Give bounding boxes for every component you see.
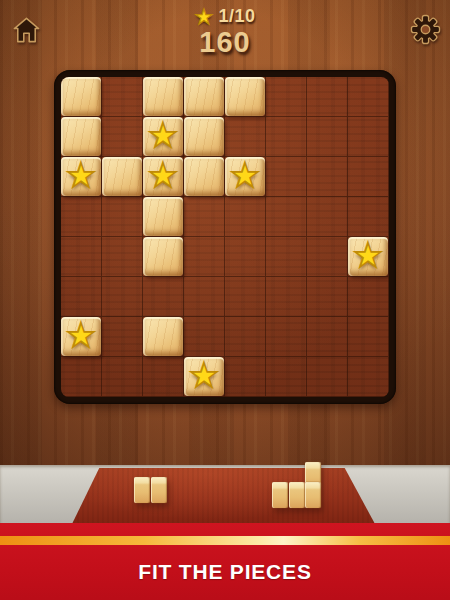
board-cell-r3c4[interactable]	[184, 157, 225, 197]
board-cell-r1c2[interactable]	[102, 77, 143, 117]
star-icon: ★	[195, 6, 214, 27]
piece-cube	[305, 482, 321, 508]
board-cell-r7c5[interactable]	[225, 317, 266, 357]
wood-block	[184, 117, 224, 156]
bottom-banner: FIT THE PIECES	[0, 523, 450, 600]
board-cell-r8c5[interactable]	[225, 357, 266, 397]
board-cell-r6c1[interactable]	[61, 277, 102, 317]
star-icon: ★	[61, 157, 101, 196]
wood-block	[184, 77, 224, 116]
score-value: 160	[0, 28, 450, 57]
board-cell-r1c6[interactable]	[266, 77, 307, 117]
wood-block	[61, 117, 101, 156]
board-cell-r2c2[interactable]	[102, 117, 143, 157]
board-cell-r5c7[interactable]	[307, 237, 348, 277]
board-cell-r5c4[interactable]	[184, 237, 225, 277]
wood-block	[143, 197, 183, 236]
board-cell-r8c7[interactable]	[307, 357, 348, 397]
board-cell-r7c3[interactable]	[143, 317, 184, 357]
wood-block	[143, 77, 183, 116]
gear-icon	[410, 33, 441, 48]
wood-block	[143, 237, 183, 276]
board-cell-r3c3[interactable]: ★	[143, 157, 184, 197]
star-progress-label: 1/10	[218, 6, 255, 27]
board-cell-r3c7[interactable]	[307, 157, 348, 197]
gold-stripe	[0, 536, 450, 545]
board-cell-r8c4[interactable]: ★	[184, 357, 225, 397]
board-cell-r5c8[interactable]: ★	[348, 237, 389, 277]
board-cell-r8c8[interactable]	[348, 357, 389, 397]
board-cell-r5c2[interactable]	[102, 237, 143, 277]
tray-piece-j-tetromino[interactable]	[272, 462, 323, 509]
board-cell-r1c8[interactable]	[348, 77, 389, 117]
board-cell-r7c7[interactable]	[307, 317, 348, 357]
board-cell-r8c2[interactable]	[102, 357, 143, 397]
board-cell-r3c6[interactable]	[266, 157, 307, 197]
score-area: ★ 1/10 160	[0, 5, 450, 57]
board-cell-r2c4[interactable]	[184, 117, 225, 157]
board-cell-r2c6[interactable]	[266, 117, 307, 157]
star-progress: ★ 1/10	[0, 5, 450, 27]
board-cell-r1c7[interactable]	[307, 77, 348, 117]
piece-cube	[272, 482, 288, 508]
board-cell-r7c6[interactable]	[266, 317, 307, 357]
board-cell-r4c2[interactable]	[102, 197, 143, 237]
wood-block	[225, 77, 265, 116]
board-cell-r4c4[interactable]	[184, 197, 225, 237]
board-cell-r7c1[interactable]: ★	[61, 317, 102, 357]
board-cell-r5c6[interactable]	[266, 237, 307, 277]
board-cell-r4c8[interactable]	[348, 197, 389, 237]
star-icon: ★	[61, 317, 101, 356]
board-cell-r6c5[interactable]	[225, 277, 266, 317]
board-cell-r7c4[interactable]	[184, 317, 225, 357]
board-cell-r1c3[interactable]	[143, 77, 184, 117]
board-cell-r4c6[interactable]	[266, 197, 307, 237]
star-icon: ★	[348, 237, 388, 276]
board-cell-r2c7[interactable]	[307, 117, 348, 157]
board-cell-r1c5[interactable]	[225, 77, 266, 117]
board-cell-r2c5[interactable]	[225, 117, 266, 157]
puzzle-board-frame: ★★★★★★★	[54, 70, 396, 404]
board-cell-r6c3[interactable]	[143, 277, 184, 317]
board-cell-r6c8[interactable]	[348, 277, 389, 317]
board-cell-r3c5[interactable]: ★	[225, 157, 266, 197]
board-cell-r7c8[interactable]	[348, 317, 389, 357]
star-icon: ★	[225, 157, 265, 196]
board-cell-r4c7[interactable]	[307, 197, 348, 237]
board-cell-r5c5[interactable]	[225, 237, 266, 277]
star-icon: ★	[143, 117, 183, 156]
board-cell-r1c4[interactable]	[184, 77, 225, 117]
board-cell-r8c1[interactable]	[61, 357, 102, 397]
board-cell-r4c3[interactable]	[143, 197, 184, 237]
board-cell-r4c5[interactable]	[225, 197, 266, 237]
board-cell-r2c1[interactable]	[61, 117, 102, 157]
piece-cube	[134, 477, 150, 503]
board-cell-r7c2[interactable]	[102, 317, 143, 357]
board-cell-r3c1[interactable]: ★	[61, 157, 102, 197]
puzzle-board-grid: ★★★★★★★	[61, 77, 389, 397]
board-cell-r6c6[interactable]	[266, 277, 307, 317]
wood-block	[61, 77, 101, 116]
game-screen: ★ 1/10 160 ★★★★★★★ FIT TH	[0, 0, 450, 600]
board-cell-r3c8[interactable]	[348, 157, 389, 197]
star-icon: ★	[184, 357, 224, 396]
board-cell-r1c1[interactable]	[61, 77, 102, 117]
wood-block	[102, 157, 142, 196]
piece-cube	[289, 482, 305, 508]
board-cell-r5c1[interactable]	[61, 237, 102, 277]
board-cell-r6c2[interactable]	[102, 277, 143, 317]
piece-cube	[151, 477, 167, 503]
settings-button[interactable]	[410, 14, 441, 45]
board-cell-r6c4[interactable]	[184, 277, 225, 317]
wood-block	[184, 157, 224, 196]
board-cell-r8c3[interactable]	[143, 357, 184, 397]
board-cell-r6c7[interactable]	[307, 277, 348, 317]
board-cell-r2c8[interactable]	[348, 117, 389, 157]
board-cell-r2c3[interactable]: ★	[143, 117, 184, 157]
wood-block	[143, 317, 183, 356]
board-cell-r8c6[interactable]	[266, 357, 307, 397]
board-cell-r5c3[interactable]	[143, 237, 184, 277]
star-icon: ★	[143, 157, 183, 196]
tray-piece-domino[interactable]	[134, 477, 168, 504]
board-cell-r4c1[interactable]	[61, 197, 102, 237]
banner-text: FIT THE PIECES	[0, 560, 450, 584]
piece-tray-mat	[72, 468, 375, 524]
board-cell-r3c2[interactable]	[102, 157, 143, 197]
